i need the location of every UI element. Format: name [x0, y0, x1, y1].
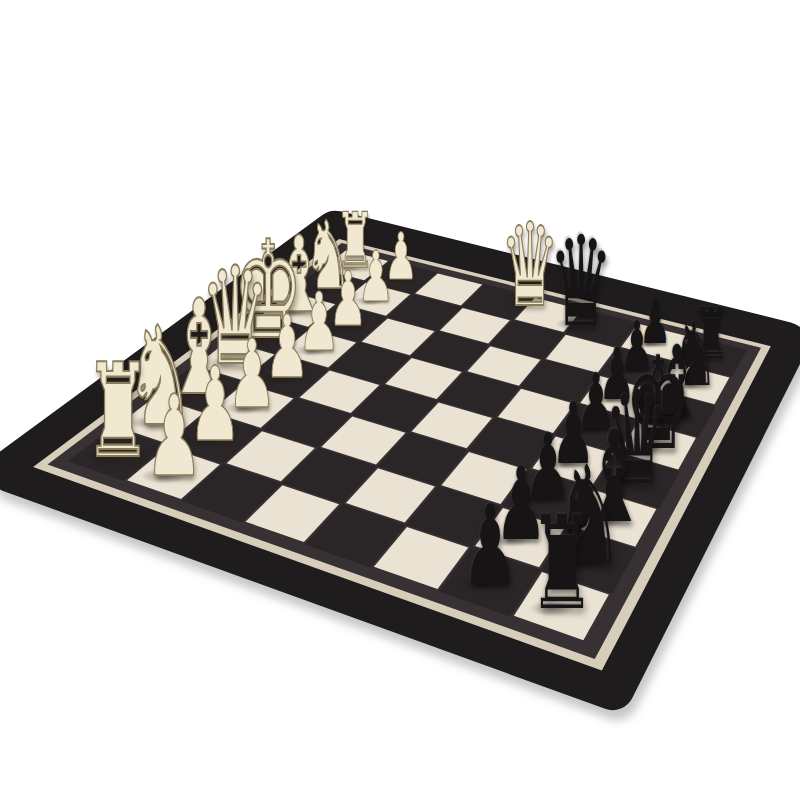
chess-board	[0, 0, 800, 800]
chess-set-product-photo: ♜♟♞♟♛♝♛♟♚♟♟♜♛♟♟♞♝♟♟♝♞♟♟♚♜♟♟♛♟♝♟♞♟♜	[0, 0, 800, 800]
